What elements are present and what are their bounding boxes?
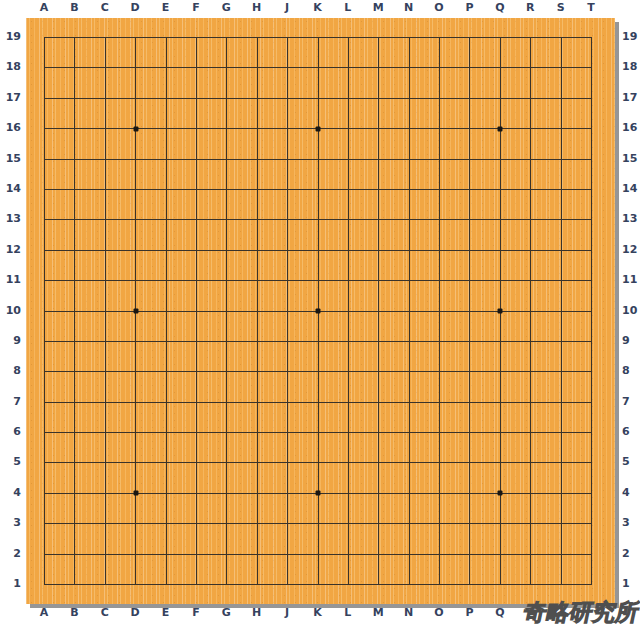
bottom-coordinate-O: O: [434, 606, 443, 620]
right-row-coordinate-8: 8: [622, 364, 640, 378]
left-row-coordinate-12: 12: [0, 243, 21, 257]
right-row-coordinate-12: 12: [622, 243, 640, 257]
top-coordinate-T: T: [587, 1, 595, 15]
bottom-coordinate-P: P: [465, 606, 473, 620]
star-point-K16: [316, 126, 321, 131]
left-row-coordinate-2: 2: [0, 547, 21, 561]
left-row-coordinate-6: 6: [0, 425, 21, 439]
grid-line-vertical: [561, 37, 562, 585]
top-coordinate-O: O: [434, 1, 443, 15]
left-row-coordinate-13: 13: [0, 212, 21, 226]
right-row-coordinate-1: 1: [622, 577, 640, 591]
right-row-coordinate-19: 19: [622, 30, 640, 44]
bottom-coordinate-D: D: [131, 606, 140, 620]
right-row-coordinate-2: 2: [622, 547, 640, 561]
grid-line-horizontal: [44, 584, 592, 585]
go-board-page: 奇略研究所 ABCDEFGHJKLMNOPQRSTABCDEFGHJKLMNOP…: [0, 0, 640, 624]
star-point-D4: [133, 491, 138, 496]
star-point-D10: [133, 309, 138, 314]
grid-line-horizontal: [44, 523, 592, 524]
grid-line-vertical: [469, 37, 470, 585]
watermark: 奇略研究所: [521, 599, 640, 624]
right-row-coordinate-7: 7: [622, 395, 640, 409]
left-row-coordinate-14: 14: [0, 182, 21, 196]
bottom-coordinate-B: B: [70, 606, 78, 620]
left-row-coordinate-7: 7: [0, 395, 21, 409]
left-row-coordinate-10: 10: [0, 304, 21, 318]
top-coordinate-A: A: [40, 1, 49, 15]
top-coordinate-Q: Q: [495, 1, 504, 15]
grid-line-horizontal: [44, 371, 592, 372]
grid-line-horizontal: [44, 462, 592, 463]
right-row-coordinate-11: 11: [622, 273, 640, 287]
grid-line-vertical: [530, 37, 531, 585]
top-coordinate-M: M: [373, 1, 384, 15]
right-row-coordinate-6: 6: [622, 425, 640, 439]
right-row-coordinate-18: 18: [622, 60, 640, 74]
top-coordinate-L: L: [344, 1, 351, 15]
left-row-coordinate-18: 18: [0, 60, 21, 74]
top-coordinate-N: N: [404, 1, 413, 15]
top-coordinate-F: F: [192, 1, 200, 15]
right-row-coordinate-14: 14: [622, 182, 640, 196]
bottom-coordinate-C: C: [101, 606, 109, 620]
right-row-coordinate-5: 5: [622, 455, 640, 469]
left-row-coordinate-4: 4: [0, 486, 21, 500]
bottom-coordinate-H: H: [252, 606, 261, 620]
left-row-coordinate-8: 8: [0, 364, 21, 378]
board-grid: [44, 37, 592, 585]
right-row-coordinate-4: 4: [622, 486, 640, 500]
right-row-coordinate-10: 10: [622, 304, 640, 318]
bottom-coordinate-K: K: [313, 606, 322, 620]
top-coordinate-S: S: [557, 1, 565, 15]
bottom-coordinate-A: A: [40, 606, 49, 620]
top-coordinate-K: K: [313, 1, 322, 15]
bottom-coordinate-Q: Q: [495, 606, 504, 620]
grid-line-horizontal: [44, 432, 592, 433]
top-coordinate-H: H: [252, 1, 261, 15]
left-row-coordinate-5: 5: [0, 455, 21, 469]
grid-line-vertical: [348, 37, 349, 585]
top-coordinate-B: B: [70, 1, 78, 15]
top-coordinate-G: G: [222, 1, 231, 15]
left-row-coordinate-15: 15: [0, 152, 21, 166]
top-coordinate-D: D: [131, 1, 140, 15]
left-row-coordinate-9: 9: [0, 334, 21, 348]
right-row-coordinate-9: 9: [622, 334, 640, 348]
star-point-K10: [316, 309, 321, 314]
right-row-coordinate-3: 3: [622, 516, 640, 530]
star-point-Q16: [498, 126, 503, 131]
top-coordinate-R: R: [526, 1, 534, 15]
grid-line-vertical: [378, 37, 379, 585]
right-row-coordinate-16: 16: [622, 121, 640, 135]
bottom-coordinate-N: N: [404, 606, 413, 620]
left-row-coordinate-11: 11: [0, 273, 21, 287]
bottom-coordinate-E: E: [162, 606, 170, 620]
star-point-D16: [133, 126, 138, 131]
bottom-coordinate-M: M: [373, 606, 384, 620]
star-point-Q4: [498, 491, 503, 496]
grid-line-vertical: [591, 37, 592, 585]
top-coordinate-J: J: [285, 1, 289, 15]
left-row-coordinate-17: 17: [0, 91, 21, 105]
bottom-coordinate-L: L: [344, 606, 351, 620]
left-row-coordinate-1: 1: [0, 577, 21, 591]
right-row-coordinate-13: 13: [622, 212, 640, 226]
bottom-coordinate-J: J: [285, 606, 289, 620]
left-row-coordinate-16: 16: [0, 121, 21, 135]
right-row-coordinate-15: 15: [622, 152, 640, 166]
left-row-coordinate-19: 19: [0, 30, 21, 44]
grid-line-horizontal: [44, 554, 592, 555]
right-row-coordinate-17: 17: [622, 91, 640, 105]
grid-line-vertical: [439, 37, 440, 585]
top-coordinate-P: P: [465, 1, 473, 15]
star-point-K4: [316, 491, 321, 496]
star-point-Q10: [498, 309, 503, 314]
grid-line-vertical: [409, 37, 410, 585]
top-coordinate-E: E: [162, 1, 170, 15]
bottom-coordinate-F: F: [192, 606, 200, 620]
left-row-coordinate-3: 3: [0, 516, 21, 530]
grid-line-horizontal: [44, 402, 592, 403]
bottom-coordinate-G: G: [222, 606, 231, 620]
top-coordinate-C: C: [101, 1, 109, 15]
go-board[interactable]: [26, 18, 615, 604]
grid-line-horizontal: [44, 341, 592, 342]
